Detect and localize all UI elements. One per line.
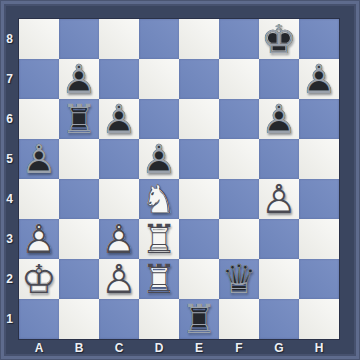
square-a1[interactable] — [19, 299, 59, 339]
black-rook-outline-icon: ♖ — [179, 299, 219, 339]
white-pawn-g4[interactable]: ♟♙ — [259, 179, 299, 219]
black-rook-outline-icon: ♖ — [59, 99, 99, 139]
chess-board: ♚♔♟♙♟♙♜♖♟♙♟♙♟♙♟♙♞♘♟♙♟♙♟♙♜♖♚♔♟♙♜♖♛♕♜♖ — [19, 19, 339, 339]
square-e3[interactable] — [179, 219, 219, 259]
white-pawn-c3[interactable]: ♟♙ — [99, 219, 139, 259]
square-g5[interactable] — [259, 139, 299, 179]
square-a8[interactable] — [19, 19, 59, 59]
square-f3[interactable] — [219, 219, 259, 259]
square-b1[interactable] — [59, 299, 99, 339]
white-pawn-outline-icon: ♙ — [19, 219, 59, 259]
black-pawn-outline-icon: ♙ — [139, 139, 179, 179]
chess-board-frame: 87654321 ♚♔♟♙♟♙♜♖♟♙♟♙♟♙♟♙♞♘♟♙♟♙♟♙♜♖♚♔♟♙♜… — [0, 0, 360, 360]
white-rook-outline-icon: ♖ — [139, 219, 179, 259]
square-f7[interactable] — [219, 59, 259, 99]
square-c8[interactable] — [99, 19, 139, 59]
square-d3[interactable]: ♜♖ — [139, 219, 179, 259]
square-e2[interactable] — [179, 259, 219, 299]
white-knight-outline-icon: ♘ — [139, 179, 179, 219]
square-e5[interactable] — [179, 139, 219, 179]
black-pawn-outline-icon: ♙ — [299, 59, 339, 99]
rank-label-7: 7 — [0, 59, 19, 99]
black-rook-b6[interactable]: ♜♖ — [59, 99, 99, 139]
rank-label-4: 4 — [0, 179, 19, 219]
file-label-c: C — [99, 339, 139, 360]
square-d2[interactable]: ♜♖ — [139, 259, 179, 299]
square-d8[interactable] — [139, 19, 179, 59]
square-e6[interactable] — [179, 99, 219, 139]
square-d5[interactable]: ♟♙ — [139, 139, 179, 179]
rank-labels: 87654321 — [0, 19, 19, 339]
black-pawn-outline-icon: ♙ — [99, 99, 139, 139]
file-label-d: D — [139, 339, 179, 360]
black-pawn-outline-icon: ♙ — [259, 99, 299, 139]
square-h6[interactable] — [299, 99, 339, 139]
black-king-g8[interactable]: ♚♔ — [259, 19, 299, 59]
black-king-outline-icon: ♔ — [259, 19, 299, 59]
square-d1[interactable] — [139, 299, 179, 339]
white-pawn-c2[interactable]: ♟♙ — [99, 259, 139, 299]
black-rook-e1[interactable]: ♜♖ — [179, 299, 219, 339]
square-b3[interactable] — [59, 219, 99, 259]
square-a4[interactable] — [19, 179, 59, 219]
file-label-h: H — [299, 339, 339, 360]
square-h2[interactable] — [299, 259, 339, 299]
square-f6[interactable] — [219, 99, 259, 139]
square-d7[interactable] — [139, 59, 179, 99]
square-h8[interactable] — [299, 19, 339, 59]
black-pawn-a5[interactable]: ♟♙ — [19, 139, 59, 179]
square-g8[interactable]: ♚♔ — [259, 19, 299, 59]
white-pawn-outline-icon: ♙ — [99, 259, 139, 299]
square-a7[interactable] — [19, 59, 59, 99]
black-queen-f2[interactable]: ♛♕ — [219, 259, 259, 299]
square-h5[interactable] — [299, 139, 339, 179]
black-queen-outline-icon: ♕ — [219, 259, 259, 299]
white-rook-d2[interactable]: ♜♖ — [139, 259, 179, 299]
square-e8[interactable] — [179, 19, 219, 59]
square-b2[interactable] — [59, 259, 99, 299]
file-label-a: A — [19, 339, 59, 360]
black-pawn-g6[interactable]: ♟♙ — [259, 99, 299, 139]
square-g4[interactable]: ♟♙ — [259, 179, 299, 219]
square-c5[interactable] — [99, 139, 139, 179]
square-c7[interactable] — [99, 59, 139, 99]
square-g3[interactable] — [259, 219, 299, 259]
square-b7[interactable]: ♟♙ — [59, 59, 99, 99]
white-pawn-outline-icon: ♙ — [99, 219, 139, 259]
square-f8[interactable] — [219, 19, 259, 59]
rank-label-3: 3 — [0, 219, 19, 259]
square-g6[interactable]: ♟♙ — [259, 99, 299, 139]
square-f1[interactable] — [219, 299, 259, 339]
square-f2[interactable]: ♛♕ — [219, 259, 259, 299]
square-a2[interactable]: ♚♔ — [19, 259, 59, 299]
white-king-outline-icon: ♔ — [19, 259, 59, 299]
square-h1[interactable] — [299, 299, 339, 339]
white-pawn-outline-icon: ♙ — [259, 179, 299, 219]
white-rook-d3[interactable]: ♜♖ — [139, 219, 179, 259]
rank-label-1: 1 — [0, 299, 19, 339]
file-labels: ABCDEFGH — [19, 339, 339, 360]
square-e1[interactable]: ♜♖ — [179, 299, 219, 339]
square-a6[interactable] — [19, 99, 59, 139]
black-pawn-outline-icon: ♙ — [59, 59, 99, 99]
white-rook-outline-icon: ♖ — [139, 259, 179, 299]
square-c1[interactable] — [99, 299, 139, 339]
square-a3[interactable]: ♟♙ — [19, 219, 59, 259]
black-pawn-c6[interactable]: ♟♙ — [99, 99, 139, 139]
square-c6[interactable]: ♟♙ — [99, 99, 139, 139]
square-f4[interactable] — [219, 179, 259, 219]
square-g1[interactable] — [259, 299, 299, 339]
square-h3[interactable] — [299, 219, 339, 259]
square-e7[interactable] — [179, 59, 219, 99]
square-h4[interactable] — [299, 179, 339, 219]
white-king-a2[interactable]: ♚♔ — [19, 259, 59, 299]
black-pawn-outline-icon: ♙ — [19, 139, 59, 179]
file-label-g: G — [259, 339, 299, 360]
white-knight-d4[interactable]: ♞♘ — [139, 179, 179, 219]
white-pawn-a3[interactable]: ♟♙ — [19, 219, 59, 259]
square-d4[interactable]: ♞♘ — [139, 179, 179, 219]
file-label-f: F — [219, 339, 259, 360]
rank-label-5: 5 — [0, 139, 19, 179]
rank-label-8: 8 — [0, 19, 19, 59]
square-c4[interactable] — [99, 179, 139, 219]
square-e4[interactable] — [179, 179, 219, 219]
file-label-e: E — [179, 339, 219, 360]
file-label-b: B — [59, 339, 99, 360]
rank-label-6: 6 — [0, 99, 19, 139]
black-pawn-d5[interactable]: ♟♙ — [139, 139, 179, 179]
rank-label-2: 2 — [0, 259, 19, 299]
square-h7[interactable]: ♟♙ — [299, 59, 339, 99]
square-f5[interactable] — [219, 139, 259, 179]
square-c2[interactable]: ♟♙ — [99, 259, 139, 299]
square-b4[interactable] — [59, 179, 99, 219]
square-g7[interactable] — [259, 59, 299, 99]
square-b5[interactable] — [59, 139, 99, 179]
square-b8[interactable] — [59, 19, 99, 59]
black-pawn-h7[interactable]: ♟♙ — [299, 59, 339, 99]
square-g2[interactable] — [259, 259, 299, 299]
square-b6[interactable]: ♜♖ — [59, 99, 99, 139]
square-c3[interactable]: ♟♙ — [99, 219, 139, 259]
black-pawn-b7[interactable]: ♟♙ — [59, 59, 99, 99]
square-d6[interactable] — [139, 99, 179, 139]
square-a5[interactable]: ♟♙ — [19, 139, 59, 179]
